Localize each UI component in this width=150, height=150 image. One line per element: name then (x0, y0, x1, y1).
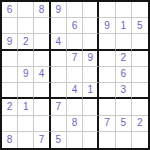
cell-r7c6-empty[interactable] (83, 99, 99, 115)
cell-r2c9-given: 5 (132, 18, 148, 34)
cell-r9c1-given: 8 (2, 132, 18, 148)
sudoku-board: 68969159247929464132178752875 (0, 0, 150, 150)
cell-r8c9-given: 2 (132, 116, 148, 132)
cell-r7c2-given: 1 (18, 99, 34, 115)
cell-r6c4-empty[interactable] (51, 83, 67, 99)
cell-r3c7-empty[interactable] (99, 34, 115, 50)
cell-r9c7-empty[interactable] (99, 132, 115, 148)
cell-r8c2-empty[interactable] (18, 116, 34, 132)
cell-r7c9-empty[interactable] (132, 99, 148, 115)
cell-r1c3-given: 8 (34, 2, 50, 18)
cell-r2c2-empty[interactable] (18, 18, 34, 34)
cell-r7c7-empty[interactable] (99, 99, 115, 115)
cell-r1c9-empty[interactable] (132, 2, 148, 18)
cell-r9c4-given: 5 (51, 132, 67, 148)
cell-r8c4-empty[interactable] (51, 116, 67, 132)
cell-r3c1-given: 9 (2, 34, 18, 50)
cell-r2c7-given: 9 (99, 18, 115, 34)
cell-r5c3-given: 4 (34, 67, 50, 83)
cell-r7c5-empty[interactable] (67, 99, 83, 115)
cell-r4c4-empty[interactable] (51, 51, 67, 67)
cell-r6c5-given: 4 (67, 83, 83, 99)
cell-r9c2-empty[interactable] (18, 132, 34, 148)
cell-r4c6-given: 9 (83, 51, 99, 67)
cell-r2c6-empty[interactable] (83, 18, 99, 34)
cell-r6c3-empty[interactable] (34, 83, 50, 99)
cell-r8c7-given: 7 (99, 116, 115, 132)
cell-r5c6-empty[interactable] (83, 67, 99, 83)
cell-r3c3-empty[interactable] (34, 34, 50, 50)
cell-r9c5-empty[interactable] (67, 132, 83, 148)
cell-r6c7-empty[interactable] (99, 83, 115, 99)
cell-r8c1-empty[interactable] (2, 116, 18, 132)
cell-r8c3-empty[interactable] (34, 116, 50, 132)
cell-r2c1-empty[interactable] (2, 18, 18, 34)
cell-r1c1-given: 6 (2, 2, 18, 18)
cell-r9c9-empty[interactable] (132, 132, 148, 148)
cell-r7c1-given: 2 (2, 99, 18, 115)
cell-r2c5-given: 6 (67, 18, 83, 34)
cell-r4c7-empty[interactable] (99, 51, 115, 67)
cell-r6c8-given: 3 (116, 83, 132, 99)
cell-r6c9-empty[interactable] (132, 83, 148, 99)
cell-r3c2-given: 2 (18, 34, 34, 50)
cell-r1c8-empty[interactable] (116, 2, 132, 18)
cell-r3c9-empty[interactable] (132, 34, 148, 50)
cell-r4c1-empty[interactable] (2, 51, 18, 67)
cell-r6c1-empty[interactable] (2, 83, 18, 99)
cell-r4c9-empty[interactable] (132, 51, 148, 67)
cell-r5c7-empty[interactable] (99, 67, 115, 83)
cell-r8c6-empty[interactable] (83, 116, 99, 132)
cell-r7c8-empty[interactable] (116, 99, 132, 115)
cell-r9c6-empty[interactable] (83, 132, 99, 148)
cell-r7c3-empty[interactable] (34, 99, 50, 115)
cell-r4c2-empty[interactable] (18, 51, 34, 67)
cell-r5c4-empty[interactable] (51, 67, 67, 83)
cell-r1c7-empty[interactable] (99, 2, 115, 18)
cell-r7c4-given: 7 (51, 99, 67, 115)
cell-r1c4-given: 9 (51, 2, 67, 18)
cell-r5c1-empty[interactable] (2, 67, 18, 83)
cell-r4c5-given: 7 (67, 51, 83, 67)
cell-r4c3-empty[interactable] (34, 51, 50, 67)
cell-r3c6-empty[interactable] (83, 34, 99, 50)
cell-r5c2-given: 9 (18, 67, 34, 83)
cell-r1c2-empty[interactable] (18, 2, 34, 18)
cell-r5c8-given: 6 (116, 67, 132, 83)
cell-r3c4-given: 4 (51, 34, 67, 50)
cell-r4c8-given: 2 (116, 51, 132, 67)
cell-r2c3-empty[interactable] (34, 18, 50, 34)
cell-r8c5-given: 8 (67, 116, 83, 132)
cell-r8c8-given: 5 (116, 116, 132, 132)
cell-r9c8-empty[interactable] (116, 132, 132, 148)
cell-r5c9-empty[interactable] (132, 67, 148, 83)
cell-r3c8-empty[interactable] (116, 34, 132, 50)
cell-r1c5-empty[interactable] (67, 2, 83, 18)
cell-r5c5-empty[interactable] (67, 67, 83, 83)
cell-r2c8-given: 1 (116, 18, 132, 34)
cell-r9c3-given: 7 (34, 132, 50, 148)
cell-r6c6-given: 1 (83, 83, 99, 99)
cell-r3c5-empty[interactable] (67, 34, 83, 50)
cell-r6c2-empty[interactable] (18, 83, 34, 99)
cell-r2c4-empty[interactable] (51, 18, 67, 34)
cell-r1c6-empty[interactable] (83, 2, 99, 18)
